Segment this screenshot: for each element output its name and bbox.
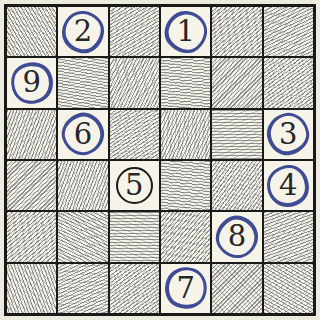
cell-r1c2: 2 xyxy=(58,7,107,56)
cell-r4c5 xyxy=(212,161,261,210)
cell-digit: 1 xyxy=(161,7,210,56)
cell-r4c1 xyxy=(7,161,56,210)
cell-r2c6 xyxy=(264,58,313,107)
cell-r6c4: 7 xyxy=(161,264,210,313)
cell-r5c6 xyxy=(264,212,313,261)
puzzle-page: 219635487 xyxy=(0,0,320,320)
cell-r3c5 xyxy=(212,110,261,159)
cell-r2c2 xyxy=(58,58,107,107)
cell-digit: 5 xyxy=(110,161,159,210)
cell-r3c2: 6 xyxy=(58,110,107,159)
cell-r1c4: 1 xyxy=(161,7,210,56)
cell-r2c1: 9 xyxy=(7,58,56,107)
cell-r6c5 xyxy=(212,264,261,313)
cell-r3c3 xyxy=(110,110,159,159)
cell-r1c1 xyxy=(7,7,56,56)
cell-r5c4 xyxy=(161,212,210,261)
cell-r6c6 xyxy=(264,264,313,313)
cell-r4c6: 4 xyxy=(264,161,313,210)
cell-digit: 6 xyxy=(58,110,107,159)
cell-r3c1 xyxy=(7,110,56,159)
cell-digit: 4 xyxy=(264,161,313,210)
cell-r5c1 xyxy=(7,212,56,261)
cell-r3c4 xyxy=(161,110,210,159)
cell-r5c5: 8 xyxy=(212,212,261,261)
cell-digit: 2 xyxy=(58,7,107,56)
cell-r1c6 xyxy=(264,7,313,56)
cell-r4c4 xyxy=(161,161,210,210)
cell-r5c3 xyxy=(110,212,159,261)
cell-r6c3 xyxy=(110,264,159,313)
cell-r4c2 xyxy=(58,161,107,210)
cell-r6c1 xyxy=(7,264,56,313)
cell-r2c3 xyxy=(110,58,159,107)
cell-r1c3 xyxy=(110,7,159,56)
cell-digit: 8 xyxy=(212,212,261,261)
cell-r4c3: 5 xyxy=(110,161,159,210)
cell-r3c6: 3 xyxy=(264,110,313,159)
cell-r2c5 xyxy=(212,58,261,107)
cell-r5c2 xyxy=(58,212,107,261)
puzzle-board: 219635487 xyxy=(4,4,316,316)
cell-digit: 9 xyxy=(7,58,56,107)
cell-r2c4 xyxy=(161,58,210,107)
cell-digit: 3 xyxy=(264,110,313,159)
cell-r1c5 xyxy=(212,7,261,56)
cell-digit: 7 xyxy=(161,264,210,313)
cell-r6c2 xyxy=(58,264,107,313)
